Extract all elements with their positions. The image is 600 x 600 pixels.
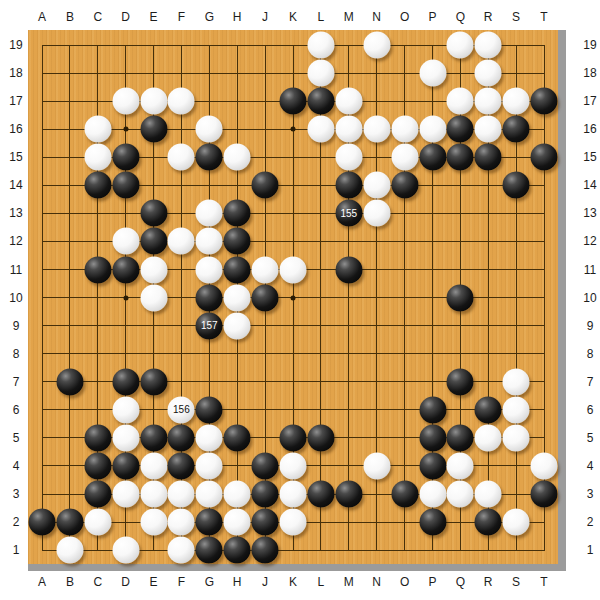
white-stone[interactable] bbox=[363, 452, 390, 479]
column-label-bottom: E bbox=[150, 575, 158, 589]
go-game-diagram: 155157156 AABBCCDDEEFFGGHHJJKKLLMMNNOOPP… bbox=[0, 0, 600, 600]
grid-line-horizontal bbox=[42, 353, 545, 354]
white-stone[interactable] bbox=[224, 481, 251, 508]
black-stone[interactable] bbox=[503, 116, 530, 143]
column-label-bottom: M bbox=[344, 575, 354, 589]
white-stone[interactable] bbox=[224, 284, 251, 311]
black-stone[interactable] bbox=[84, 172, 111, 199]
white-stone[interactable] bbox=[335, 88, 362, 115]
row-label-right: 13 bbox=[583, 206, 596, 220]
black-stone[interactable] bbox=[224, 228, 251, 255]
white-stone[interactable] bbox=[112, 424, 139, 451]
white-stone[interactable] bbox=[112, 228, 139, 255]
black-stone[interactable] bbox=[29, 509, 56, 536]
column-label-top: Q bbox=[456, 10, 465, 24]
row-label-left: 1 bbox=[13, 543, 20, 557]
column-label-bottom: O bbox=[400, 575, 409, 589]
column-label-bottom: A bbox=[38, 575, 46, 589]
white-stone[interactable] bbox=[196, 256, 223, 283]
column-label-bottom: D bbox=[121, 575, 130, 589]
column-label-top: D bbox=[121, 10, 130, 24]
row-label-right: 15 bbox=[583, 150, 596, 164]
move-number-label: 155 bbox=[340, 208, 357, 218]
white-stone[interactable] bbox=[503, 424, 530, 451]
row-label-left: 16 bbox=[9, 122, 22, 136]
row-label-left: 11 bbox=[10, 263, 22, 277]
row-label-left: 3 bbox=[13, 487, 20, 501]
white-stone[interactable] bbox=[112, 396, 139, 423]
black-stone[interactable] bbox=[307, 424, 334, 451]
column-label-top: O bbox=[400, 10, 409, 24]
white-stone[interactable] bbox=[196, 424, 223, 451]
column-label-top: S bbox=[512, 10, 520, 24]
white-stone[interactable] bbox=[168, 509, 195, 536]
black-stone[interactable] bbox=[56, 509, 83, 536]
black-stone[interactable] bbox=[419, 396, 446, 423]
move-number-label: 156 bbox=[173, 405, 190, 415]
black-stone[interactable] bbox=[196, 396, 223, 423]
star-point bbox=[123, 295, 128, 300]
row-label-left: 2 bbox=[13, 515, 20, 529]
black-stone[interactable] bbox=[419, 452, 446, 479]
column-label-bottom: P bbox=[428, 575, 436, 589]
white-stone[interactable] bbox=[503, 368, 530, 395]
black-stone[interactable] bbox=[224, 200, 251, 227]
black-stone[interactable] bbox=[335, 256, 362, 283]
white-stone[interactable] bbox=[168, 228, 195, 255]
row-label-right: 1 bbox=[587, 543, 594, 557]
white-stone[interactable] bbox=[168, 481, 195, 508]
white-stone[interactable] bbox=[196, 200, 223, 227]
black-stone[interactable] bbox=[112, 256, 139, 283]
column-label-bottom: H bbox=[233, 575, 242, 589]
black-stone[interactable] bbox=[56, 368, 83, 395]
row-label-right: 8 bbox=[587, 347, 594, 361]
black-stone[interactable] bbox=[196, 284, 223, 311]
column-label-top: C bbox=[93, 10, 102, 24]
row-label-right: 6 bbox=[587, 403, 594, 417]
white-stone[interactable] bbox=[112, 537, 139, 564]
white-stone[interactable] bbox=[196, 228, 223, 255]
row-label-left: 14 bbox=[9, 178, 22, 192]
black-stone[interactable] bbox=[112, 172, 139, 199]
white-stone[interactable] bbox=[363, 172, 390, 199]
black-stone[interactable] bbox=[224, 424, 251, 451]
row-label-right: 17 bbox=[583, 94, 596, 108]
column-label-top: P bbox=[428, 10, 436, 24]
black-stone[interactable] bbox=[196, 509, 223, 536]
white-stone[interactable] bbox=[196, 481, 223, 508]
black-stone[interactable] bbox=[140, 424, 167, 451]
black-stone[interactable] bbox=[196, 537, 223, 564]
black-stone[interactable] bbox=[112, 452, 139, 479]
row-label-right: 18 bbox=[583, 66, 596, 80]
row-label-right: 4 bbox=[587, 459, 594, 473]
white-stone[interactable] bbox=[503, 396, 530, 423]
column-label-top: M bbox=[344, 10, 354, 24]
white-stone[interactable] bbox=[307, 60, 334, 87]
black-stone[interactable] bbox=[168, 452, 195, 479]
white-stone[interactable] bbox=[168, 88, 195, 115]
white-stone[interactable] bbox=[140, 481, 167, 508]
row-label-left: 18 bbox=[9, 66, 22, 80]
black-stone[interactable] bbox=[447, 144, 474, 171]
row-label-right: 14 bbox=[583, 178, 596, 192]
row-label-right: 5 bbox=[587, 431, 594, 445]
black-stone[interactable] bbox=[224, 256, 251, 283]
black-stone[interactable] bbox=[335, 481, 362, 508]
row-label-left: 10 bbox=[9, 291, 22, 305]
column-label-top: K bbox=[289, 10, 297, 24]
row-label-left: 8 bbox=[13, 347, 20, 361]
column-label-top: N bbox=[372, 10, 381, 24]
white-stone[interactable] bbox=[168, 537, 195, 564]
white-stone[interactable] bbox=[224, 509, 251, 536]
white-stone[interactable] bbox=[140, 452, 167, 479]
column-label-top: E bbox=[150, 10, 158, 24]
row-label-right: 10 bbox=[583, 291, 596, 305]
black-stone[interactable] bbox=[84, 481, 111, 508]
white-stone[interactable] bbox=[447, 32, 474, 59]
row-label-right: 11 bbox=[584, 263, 596, 277]
white-stone[interactable] bbox=[140, 509, 167, 536]
black-stone[interactable] bbox=[447, 284, 474, 311]
column-label-top: R bbox=[484, 10, 493, 24]
black-stone[interactable] bbox=[531, 481, 558, 508]
white-stone[interactable] bbox=[447, 452, 474, 479]
row-label-left: 7 bbox=[13, 375, 20, 389]
column-label-bottom: N bbox=[372, 575, 381, 589]
go-board[interactable]: 155157156 bbox=[28, 30, 566, 571]
black-stone[interactable] bbox=[224, 537, 251, 564]
black-stone[interactable] bbox=[391, 172, 418, 199]
white-stone[interactable] bbox=[335, 116, 362, 143]
white-stone[interactable] bbox=[168, 144, 195, 171]
grid-line-horizontal bbox=[42, 325, 545, 326]
row-label-left: 6 bbox=[13, 403, 20, 417]
white-stone[interactable] bbox=[475, 116, 502, 143]
column-label-top: B bbox=[66, 10, 74, 24]
white-stone[interactable] bbox=[503, 509, 530, 536]
black-stone[interactable] bbox=[112, 368, 139, 395]
white-stone[interactable] bbox=[112, 481, 139, 508]
white-stone[interactable] bbox=[112, 88, 139, 115]
black-stone[interactable] bbox=[419, 424, 446, 451]
black-stone[interactable] bbox=[84, 424, 111, 451]
black-stone[interactable] bbox=[140, 116, 167, 143]
black-stone[interactable] bbox=[84, 452, 111, 479]
white-stone[interactable] bbox=[447, 481, 474, 508]
column-label-bottom: C bbox=[93, 575, 102, 589]
row-label-right: 12 bbox=[583, 234, 596, 248]
column-label-top: F bbox=[178, 10, 185, 24]
white-stone[interactable] bbox=[280, 256, 307, 283]
white-stone[interactable] bbox=[224, 144, 251, 171]
row-label-left: 5 bbox=[13, 431, 20, 445]
black-stone[interactable] bbox=[84, 256, 111, 283]
white-stone[interactable] bbox=[475, 424, 502, 451]
white-stone[interactable] bbox=[419, 116, 446, 143]
white-stone[interactable] bbox=[280, 481, 307, 508]
black-stone[interactable]: 157 bbox=[196, 312, 223, 339]
row-label-right: 19 bbox=[583, 38, 596, 52]
white-stone[interactable] bbox=[140, 88, 167, 115]
black-stone[interactable] bbox=[168, 424, 195, 451]
white-stone[interactable] bbox=[84, 116, 111, 143]
white-stone[interactable] bbox=[363, 200, 390, 227]
white-stone[interactable] bbox=[419, 481, 446, 508]
white-stone[interactable] bbox=[475, 32, 502, 59]
black-stone[interactable] bbox=[140, 200, 167, 227]
column-label-top: T bbox=[540, 10, 547, 24]
move-number-label: 157 bbox=[201, 321, 218, 331]
row-label-right: 3 bbox=[587, 487, 594, 501]
column-label-bottom: S bbox=[512, 575, 520, 589]
white-stone[interactable]: 156 bbox=[168, 396, 195, 423]
black-stone[interactable] bbox=[419, 144, 446, 171]
star-point bbox=[291, 295, 296, 300]
black-stone[interactable] bbox=[475, 396, 502, 423]
black-stone[interactable] bbox=[531, 88, 558, 115]
black-stone[interactable] bbox=[252, 481, 279, 508]
white-stone[interactable] bbox=[475, 481, 502, 508]
black-stone[interactable] bbox=[307, 481, 334, 508]
black-stone[interactable] bbox=[140, 228, 167, 255]
black-stone[interactable] bbox=[252, 509, 279, 536]
black-stone[interactable] bbox=[447, 116, 474, 143]
black-stone[interactable] bbox=[140, 368, 167, 395]
black-stone[interactable] bbox=[503, 172, 530, 199]
white-stone[interactable] bbox=[419, 60, 446, 87]
star-point bbox=[291, 127, 296, 132]
white-stone[interactable] bbox=[140, 284, 167, 311]
row-label-left: 15 bbox=[9, 150, 22, 164]
column-label-bottom: L bbox=[318, 575, 325, 589]
white-stone[interactable] bbox=[280, 509, 307, 536]
black-stone[interactable] bbox=[307, 88, 334, 115]
row-label-left: 17 bbox=[9, 94, 22, 108]
black-stone[interactable] bbox=[252, 172, 279, 199]
white-stone[interactable] bbox=[307, 32, 334, 59]
white-stone[interactable] bbox=[447, 88, 474, 115]
white-stone[interactable] bbox=[140, 256, 167, 283]
white-stone[interactable] bbox=[307, 116, 334, 143]
white-stone[interactable] bbox=[56, 537, 83, 564]
white-stone[interactable] bbox=[391, 116, 418, 143]
row-label-left: 9 bbox=[13, 319, 20, 333]
black-stone[interactable] bbox=[112, 144, 139, 171]
white-stone[interactable] bbox=[363, 116, 390, 143]
white-stone[interactable] bbox=[503, 88, 530, 115]
white-stone[interactable] bbox=[224, 312, 251, 339]
black-stone[interactable] bbox=[475, 144, 502, 171]
white-stone[interactable] bbox=[531, 452, 558, 479]
row-label-right: 2 bbox=[587, 515, 594, 529]
column-label-bottom: Q bbox=[456, 575, 465, 589]
column-label-bottom: T bbox=[540, 575, 547, 589]
row-label-left: 12 bbox=[9, 234, 22, 248]
black-stone[interactable] bbox=[391, 481, 418, 508]
column-label-bottom: K bbox=[289, 575, 297, 589]
black-stone[interactable] bbox=[252, 537, 279, 564]
black-stone[interactable] bbox=[475, 509, 502, 536]
column-label-top: J bbox=[262, 10, 268, 24]
black-stone[interactable] bbox=[531, 144, 558, 171]
row-label-left: 13 bbox=[9, 206, 22, 220]
row-label-right: 7 bbox=[587, 375, 594, 389]
row-label-left: 19 bbox=[9, 38, 22, 52]
white-stone[interactable] bbox=[84, 509, 111, 536]
white-stone[interactable] bbox=[252, 256, 279, 283]
black-stone[interactable] bbox=[335, 172, 362, 199]
black-stone[interactable] bbox=[196, 144, 223, 171]
star-point bbox=[123, 127, 128, 132]
white-stone[interactable] bbox=[475, 88, 502, 115]
black-stone[interactable] bbox=[447, 424, 474, 451]
white-stone[interactable] bbox=[196, 452, 223, 479]
black-stone[interactable] bbox=[419, 509, 446, 536]
white-stone[interactable] bbox=[391, 144, 418, 171]
column-label-top: L bbox=[318, 10, 325, 24]
column-label-bottom: J bbox=[262, 575, 268, 589]
column-label-bottom: B bbox=[66, 575, 74, 589]
white-stone[interactable] bbox=[280, 452, 307, 479]
black-stone[interactable] bbox=[252, 284, 279, 311]
white-stone[interactable] bbox=[84, 144, 111, 171]
column-label-bottom: F bbox=[178, 575, 185, 589]
column-label-top: H bbox=[233, 10, 242, 24]
black-stone[interactable]: 155 bbox=[335, 200, 362, 227]
white-stone[interactable] bbox=[475, 60, 502, 87]
black-stone[interactable] bbox=[280, 424, 307, 451]
row-label-right: 16 bbox=[583, 122, 596, 136]
black-stone[interactable] bbox=[252, 452, 279, 479]
column-label-bottom: R bbox=[484, 575, 493, 589]
white-stone[interactable] bbox=[196, 116, 223, 143]
black-stone[interactable] bbox=[280, 88, 307, 115]
row-label-left: 4 bbox=[13, 459, 20, 473]
column-label-top: G bbox=[205, 10, 214, 24]
black-stone[interactable] bbox=[447, 368, 474, 395]
column-label-top: A bbox=[38, 10, 46, 24]
row-label-right: 9 bbox=[587, 319, 594, 333]
white-stone[interactable] bbox=[335, 144, 362, 171]
column-label-bottom: G bbox=[205, 575, 214, 589]
white-stone[interactable] bbox=[363, 32, 390, 59]
